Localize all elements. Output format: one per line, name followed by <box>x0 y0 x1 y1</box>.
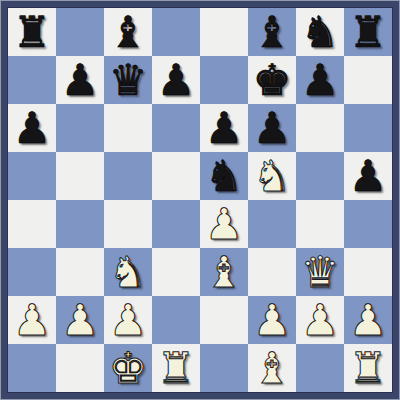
square-f6[interactable]: ♟ <box>248 104 296 152</box>
black-king-f7[interactable]: ♚ <box>248 56 296 104</box>
square-h8[interactable]: ♜ <box>344 8 392 56</box>
black-bishop-c8[interactable]: ♝ <box>104 8 152 56</box>
square-c7[interactable]: ♛ <box>104 56 152 104</box>
square-a1[interactable] <box>8 344 56 392</box>
white-queen-g3[interactable]: ♛ <box>296 248 344 296</box>
square-e1[interactable] <box>200 344 248 392</box>
square-h3[interactable] <box>344 248 392 296</box>
square-g4[interactable] <box>296 200 344 248</box>
chess-board-frame: ♜♝♝♞♜♟♛♟♚♟♟♟♟♞♞♟♟♞♝♛♟♟♟♟♟♟♚♜♝♜ <box>0 0 400 400</box>
square-e5[interactable]: ♞ <box>200 152 248 200</box>
square-h1[interactable]: ♜ <box>344 344 392 392</box>
square-c6[interactable] <box>104 104 152 152</box>
square-f5[interactable]: ♞ <box>248 152 296 200</box>
white-pawn-b2[interactable]: ♟ <box>56 296 104 344</box>
black-knight-e5[interactable]: ♞ <box>200 152 248 200</box>
square-e7[interactable] <box>200 56 248 104</box>
square-c2[interactable]: ♟ <box>104 296 152 344</box>
black-pawn-h5[interactable]: ♟ <box>344 152 392 200</box>
white-rook-d1[interactable]: ♜ <box>152 344 200 392</box>
white-pawn-f2[interactable]: ♟ <box>248 296 296 344</box>
square-c5[interactable] <box>104 152 152 200</box>
square-e4[interactable]: ♟ <box>200 200 248 248</box>
square-b1[interactable] <box>56 344 104 392</box>
square-d8[interactable] <box>152 8 200 56</box>
square-d6[interactable] <box>152 104 200 152</box>
black-pawn-e6[interactable]: ♟ <box>200 104 248 152</box>
square-d1[interactable]: ♜ <box>152 344 200 392</box>
square-e2[interactable] <box>200 296 248 344</box>
white-rook-h1[interactable]: ♜ <box>344 344 392 392</box>
square-b3[interactable] <box>56 248 104 296</box>
square-a8[interactable]: ♜ <box>8 8 56 56</box>
square-d5[interactable] <box>152 152 200 200</box>
square-b2[interactable]: ♟ <box>56 296 104 344</box>
square-e6[interactable]: ♟ <box>200 104 248 152</box>
square-a6[interactable]: ♟ <box>8 104 56 152</box>
square-g1[interactable] <box>296 344 344 392</box>
square-g3[interactable]: ♛ <box>296 248 344 296</box>
square-b6[interactable] <box>56 104 104 152</box>
white-pawn-g2[interactable]: ♟ <box>296 296 344 344</box>
square-b8[interactable] <box>56 8 104 56</box>
black-pawn-d7[interactable]: ♟ <box>152 56 200 104</box>
chess-board: ♜♝♝♞♜♟♛♟♚♟♟♟♟♞♞♟♟♞♝♛♟♟♟♟♟♟♚♜♝♜ <box>8 8 392 392</box>
square-h7[interactable] <box>344 56 392 104</box>
square-h6[interactable] <box>344 104 392 152</box>
black-rook-a8[interactable]: ♜ <box>8 8 56 56</box>
square-f8[interactable]: ♝ <box>248 8 296 56</box>
square-a7[interactable] <box>8 56 56 104</box>
black-queen-c7[interactable]: ♛ <box>104 56 152 104</box>
square-g6[interactable] <box>296 104 344 152</box>
square-f7[interactable]: ♚ <box>248 56 296 104</box>
square-a4[interactable] <box>8 200 56 248</box>
square-b4[interactable] <box>56 200 104 248</box>
square-f1[interactable]: ♝ <box>248 344 296 392</box>
white-knight-f5[interactable]: ♞ <box>248 152 296 200</box>
square-d7[interactable]: ♟ <box>152 56 200 104</box>
square-b7[interactable]: ♟ <box>56 56 104 104</box>
white-pawn-a2[interactable]: ♟ <box>8 296 56 344</box>
square-c4[interactable] <box>104 200 152 248</box>
square-g8[interactable]: ♞ <box>296 8 344 56</box>
black-rook-h8[interactable]: ♜ <box>344 8 392 56</box>
square-e8[interactable] <box>200 8 248 56</box>
square-h4[interactable] <box>344 200 392 248</box>
square-e3[interactable]: ♝ <box>200 248 248 296</box>
white-pawn-h2[interactable]: ♟ <box>344 296 392 344</box>
white-king-c1[interactable]: ♚ <box>104 344 152 392</box>
white-bishop-e3[interactable]: ♝ <box>200 248 248 296</box>
square-d2[interactable] <box>152 296 200 344</box>
square-g2[interactable]: ♟ <box>296 296 344 344</box>
square-b5[interactable] <box>56 152 104 200</box>
black-pawn-f6[interactable]: ♟ <box>248 104 296 152</box>
square-c1[interactable]: ♚ <box>104 344 152 392</box>
white-pawn-e4[interactable]: ♟ <box>200 200 248 248</box>
white-knight-c3[interactable]: ♞ <box>104 248 152 296</box>
square-c8[interactable]: ♝ <box>104 8 152 56</box>
square-g7[interactable]: ♟ <box>296 56 344 104</box>
square-d3[interactable] <box>152 248 200 296</box>
square-f4[interactable] <box>248 200 296 248</box>
square-f3[interactable] <box>248 248 296 296</box>
square-c3[interactable]: ♞ <box>104 248 152 296</box>
square-a5[interactable] <box>8 152 56 200</box>
black-pawn-a6[interactable]: ♟ <box>8 104 56 152</box>
square-a2[interactable]: ♟ <box>8 296 56 344</box>
white-bishop-f1[interactable]: ♝ <box>248 344 296 392</box>
black-pawn-g7[interactable]: ♟ <box>296 56 344 104</box>
black-knight-g8[interactable]: ♞ <box>296 8 344 56</box>
black-pawn-b7[interactable]: ♟ <box>56 56 104 104</box>
square-h2[interactable]: ♟ <box>344 296 392 344</box>
square-a3[interactable] <box>8 248 56 296</box>
black-bishop-f8[interactable]: ♝ <box>248 8 296 56</box>
square-h5[interactable]: ♟ <box>344 152 392 200</box>
white-pawn-c2[interactable]: ♟ <box>104 296 152 344</box>
square-f2[interactable]: ♟ <box>248 296 296 344</box>
square-d4[interactable] <box>152 200 200 248</box>
square-g5[interactable] <box>296 152 344 200</box>
